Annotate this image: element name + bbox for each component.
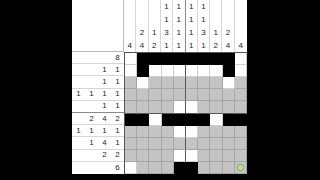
clue-number — [235, 13, 247, 26]
cell-r6c5[interactable] — [174, 114, 186, 126]
cell-r8c5[interactable] — [174, 138, 186, 150]
cell-r6c8[interactable] — [210, 114, 222, 126]
cell-r5c5[interactable] — [174, 101, 186, 113]
clue-number: 1 — [186, 13, 197, 26]
clue-number: 1 — [98, 89, 111, 100]
clue-number: 1 — [173, 39, 184, 52]
column-clue-3: 12 — [149, 0, 161, 52]
cell-r1c2[interactable] — [137, 53, 149, 65]
cell-r1c9[interactable] — [223, 53, 235, 65]
cell-r10c2[interactable] — [137, 162, 149, 174]
clue-number — [136, 0, 147, 13]
cell-r1c4[interactable] — [162, 53, 174, 65]
cell-r2c7[interactable] — [198, 65, 210, 77]
cell-r2c2[interactable] — [137, 65, 149, 77]
clue-number — [85, 52, 98, 63]
clue-corner — [72, 0, 124, 52]
clue-number: 1 — [98, 76, 111, 87]
cell-r4c4[interactable] — [162, 89, 174, 101]
clue-number: 1 — [161, 0, 172, 13]
clue-number — [85, 150, 98, 161]
cell-r2c10[interactable] — [235, 65, 247, 77]
cell-r1c3[interactable] — [149, 53, 161, 65]
clue-number: 2 — [136, 26, 147, 39]
cell-r3c4[interactable] — [162, 77, 174, 89]
cell-r2c1[interactable] — [125, 65, 137, 77]
clue-number — [72, 52, 85, 63]
clue-number: 1 — [186, 0, 197, 13]
column-clue-5: 1111 — [173, 0, 185, 52]
screen: 42412113111111111113112244 8111111111124… — [0, 0, 320, 180]
clue-number: 1 — [85, 89, 98, 100]
clue-number: 1 — [173, 26, 184, 39]
clue-number — [149, 0, 160, 13]
cell-r7c5[interactable] — [174, 126, 186, 138]
cell-r5c10[interactable] — [235, 101, 247, 113]
clue-number: 1 — [72, 89, 85, 100]
cell-r9c8[interactable] — [210, 150, 222, 162]
clue-number: 1 — [111, 101, 124, 112]
cell-r4c1[interactable] — [125, 89, 137, 101]
cell-r9c2[interactable] — [137, 150, 149, 162]
cell-r3c9[interactable] — [223, 77, 235, 89]
cell-r2c8[interactable] — [210, 65, 222, 77]
cell-r4c3[interactable] — [149, 89, 161, 101]
cell-r5c7[interactable] — [198, 101, 210, 113]
cell-r3c1[interactable] — [125, 77, 137, 89]
clue-number — [124, 0, 135, 13]
cell-r5c3[interactable] — [149, 101, 161, 113]
clue-number — [124, 26, 135, 39]
cell-r10c5[interactable] — [174, 162, 186, 174]
clue-number: 2 — [111, 150, 124, 161]
cell-r3c7[interactable] — [198, 77, 210, 89]
clue-number — [149, 13, 160, 26]
clue-number: 1 — [111, 76, 124, 87]
row-clue-9: 22 — [72, 150, 124, 162]
clue-number: 2 — [111, 113, 124, 124]
cell-r1c5[interactable] — [174, 53, 186, 65]
cell-r9c1[interactable] — [125, 150, 137, 162]
cell-r10c9[interactable] — [223, 162, 235, 174]
clue-number — [85, 101, 98, 112]
cell-r1c7[interactable] — [198, 53, 210, 65]
clue-number: 3 — [161, 26, 172, 39]
clue-number: 8 — [111, 52, 124, 63]
clue-number: 1 — [198, 39, 209, 52]
cell-r7c2[interactable] — [137, 126, 149, 138]
clue-number: 3 — [198, 26, 209, 39]
clue-number: 1 — [111, 125, 124, 136]
clue-number: 6 — [111, 162, 124, 174]
cell-r10c1[interactable] — [125, 162, 137, 174]
cell-r10c3[interactable] — [149, 162, 161, 174]
column-clue-6: 1111 — [186, 0, 198, 52]
cell-r1c8[interactable] — [210, 53, 222, 65]
cell-r9c3[interactable] — [149, 150, 161, 162]
cell-r3c5[interactable] — [174, 77, 186, 89]
clue-number: 4 — [235, 39, 247, 52]
clue-number: 2 — [98, 150, 111, 161]
cell-r4c9[interactable] — [223, 89, 235, 101]
column-clue-10: 4 — [235, 0, 247, 52]
puzzle-grid — [124, 52, 247, 174]
cell-r7c4[interactable] — [162, 126, 174, 138]
cell-r3c2[interactable] — [137, 77, 149, 89]
cell-r2c9[interactable] — [223, 65, 235, 77]
clue-number: 1 — [111, 137, 124, 148]
nonogram-board: 42412113111111111113112244 8111111111124… — [72, 0, 247, 174]
clue-number — [124, 13, 135, 26]
row-clue-5: 11 — [72, 101, 124, 113]
cell-r5c9[interactable] — [223, 101, 235, 113]
cell-r4c7[interactable] — [198, 89, 210, 101]
clue-number: 1 — [186, 26, 197, 39]
clue-number: 1 — [149, 26, 160, 39]
cell-r10c4[interactable] — [162, 162, 174, 174]
cell-r8c9[interactable] — [223, 138, 235, 150]
cell-r4c10[interactable] — [235, 89, 247, 101]
cell-r8c6[interactable] — [186, 138, 198, 150]
cell-r9c9[interactable] — [223, 150, 235, 162]
row-clue-7: 1111 — [72, 125, 124, 137]
cell-r9c7[interactable] — [198, 150, 210, 162]
cell-r3c10[interactable] — [235, 77, 247, 89]
clue-number: 1 — [98, 64, 111, 75]
clue-number — [222, 13, 233, 26]
clue-number — [222, 0, 233, 13]
cell-r5c1[interactable] — [125, 101, 137, 113]
row-clue-2: 11 — [72, 64, 124, 76]
cell-r10c10[interactable] — [235, 162, 247, 174]
cell-r6c3[interactable] — [149, 114, 161, 126]
cell-r6c7[interactable] — [198, 114, 210, 126]
clue-number: 2 — [149, 39, 160, 52]
cell-r10c8[interactable] — [210, 162, 222, 174]
cell-r6c6[interactable] — [186, 114, 198, 126]
cell-r7c9[interactable] — [223, 126, 235, 138]
row-clue-8: 141 — [72, 137, 124, 149]
cell-r8c7[interactable] — [198, 138, 210, 150]
cell-r8c4[interactable] — [162, 138, 174, 150]
clue-number — [72, 64, 85, 75]
cell-r7c3[interactable] — [149, 126, 161, 138]
cell-r6c10[interactable] — [235, 114, 247, 126]
cell-r5c8[interactable] — [210, 101, 222, 113]
cell-r4c5[interactable] — [174, 89, 186, 101]
clue-number: 1 — [161, 39, 172, 52]
column-clue-9: 24 — [222, 0, 234, 52]
cell-r8c8[interactable] — [210, 138, 222, 150]
cell-r3c8[interactable] — [210, 77, 222, 89]
clue-number: 1 — [173, 13, 184, 26]
clue-number: 4 — [136, 39, 147, 52]
clue-number — [235, 26, 247, 39]
clue-number: 1 — [85, 125, 98, 136]
clue-number: 1 — [198, 13, 209, 26]
cell-r5c2[interactable] — [137, 101, 149, 113]
clue-number: 4 — [98, 137, 111, 148]
row-clue-6: 242 — [72, 113, 124, 125]
cell-r9c4[interactable] — [162, 150, 174, 162]
cell-r1c1[interactable] — [125, 53, 137, 65]
cell-r2c6[interactable] — [186, 65, 198, 77]
clue-number: 1 — [72, 125, 85, 136]
row-clue-4: 1111 — [72, 89, 124, 101]
clue-number: 1 — [98, 125, 111, 136]
cell-r1c10[interactable] — [235, 53, 247, 65]
cell-r9c5[interactable] — [174, 150, 186, 162]
cell-r9c6[interactable] — [186, 150, 198, 162]
cell-r3c6[interactable] — [186, 77, 198, 89]
cell-r1c6[interactable] — [186, 53, 198, 65]
clue-number — [235, 0, 247, 13]
clue-number: 1 — [85, 137, 98, 148]
cell-r3c3[interactable] — [149, 77, 161, 89]
cell-r6c9[interactable] — [223, 114, 235, 126]
clue-number — [85, 162, 98, 174]
cell-r4c6[interactable] — [186, 89, 198, 101]
cell-r6c1[interactable] — [125, 114, 137, 126]
cell-r6c4[interactable] — [162, 114, 174, 126]
clue-number — [85, 64, 98, 75]
column-clues: 42412113111111111113112244 — [124, 0, 247, 52]
cell-r2c3[interactable] — [149, 65, 161, 77]
cell-r8c3[interactable] — [149, 138, 161, 150]
row-clue-10: 6 — [72, 162, 124, 174]
column-clue-2: 24 — [136, 0, 148, 52]
clue-number — [72, 101, 85, 112]
cell-r4c8[interactable] — [210, 89, 222, 101]
clue-number: 1 — [111, 89, 124, 100]
green-circle-watermark-icon — [237, 164, 244, 171]
clue-number — [85, 76, 98, 87]
clue-number — [210, 0, 221, 13]
cell-r2c5[interactable] — [174, 65, 186, 77]
clue-number: 2 — [85, 113, 98, 124]
clue-number — [72, 150, 85, 161]
clue-number: 1 — [198, 0, 209, 13]
clue-number: 1 — [210, 26, 221, 39]
clue-number — [72, 113, 85, 124]
row-clue-1: 8 — [72, 52, 124, 64]
cell-r8c2[interactable] — [137, 138, 149, 150]
row-clues: 811111111112421111141226 — [72, 52, 124, 174]
cell-r8c1[interactable] — [125, 138, 137, 150]
clue-number: 1 — [161, 13, 172, 26]
cell-r2c4[interactable] — [162, 65, 174, 77]
clue-number — [98, 162, 111, 174]
cell-r4c2[interactable] — [137, 89, 149, 101]
cell-r9c10[interactable] — [235, 150, 247, 162]
clue-number: 4 — [222, 39, 233, 52]
column-clue-7: 1131 — [198, 0, 210, 52]
column-clue-8: 12 — [210, 0, 222, 52]
cell-r6c2[interactable] — [137, 114, 149, 126]
clue-number — [98, 52, 111, 63]
clue-number: 1 — [111, 64, 124, 75]
cell-r5c6[interactable] — [186, 101, 198, 113]
cell-r7c10[interactable] — [235, 126, 247, 138]
clue-number: 1 — [173, 0, 184, 13]
clue-number: 4 — [124, 39, 135, 52]
cell-r7c6[interactable] — [186, 126, 198, 138]
clue-number: 2 — [222, 26, 233, 39]
cell-r10c7[interactable] — [198, 162, 210, 174]
clue-number: 1 — [98, 101, 111, 112]
clue-number — [136, 13, 147, 26]
clue-number: 1 — [186, 39, 197, 52]
clue-number — [72, 162, 85, 174]
clue-number: 4 — [98, 113, 111, 124]
clue-number — [72, 137, 85, 148]
cell-r8c10[interactable] — [235, 138, 247, 150]
cell-r7c7[interactable] — [198, 126, 210, 138]
clue-number — [72, 76, 85, 87]
clue-number: 2 — [210, 39, 221, 52]
row-clue-3: 11 — [72, 76, 124, 88]
cell-r5c4[interactable] — [162, 101, 174, 113]
cell-r7c1[interactable] — [125, 126, 137, 138]
cell-r10c6[interactable] — [186, 162, 198, 174]
column-clue-1: 4 — [124, 0, 136, 52]
cell-r7c8[interactable] — [210, 126, 222, 138]
column-clue-4: 1131 — [161, 0, 173, 52]
clue-number — [210, 13, 221, 26]
